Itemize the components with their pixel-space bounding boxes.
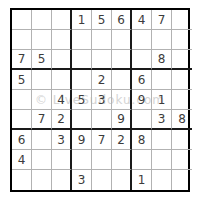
sudoku-cell[interactable]: 1 — [72, 10, 92, 30]
sudoku-cell[interactable] — [172, 30, 192, 50]
sudoku-cell[interactable] — [172, 90, 192, 110]
sudoku-cell[interactable]: 3 — [152, 110, 172, 130]
sudoku-cell[interactable] — [32, 130, 52, 150]
sudoku-cell[interactable] — [72, 110, 92, 130]
sudoku-cell[interactable]: 9 — [132, 90, 152, 110]
sudoku-cell[interactable] — [32, 90, 52, 110]
sudoku-cell[interactable] — [52, 10, 72, 30]
sudoku-cell[interactable] — [112, 70, 132, 90]
sudoku-cell[interactable]: 7 — [12, 50, 32, 70]
sudoku-cell[interactable]: 9 — [72, 130, 92, 150]
sudoku-cell[interactable]: 8 — [132, 130, 152, 150]
sudoku-cell[interactable]: 5 — [12, 70, 32, 90]
sudoku-cell[interactable] — [92, 50, 112, 70]
sudoku-cell[interactable]: 6 — [132, 70, 152, 90]
sudoku-cell[interactable]: 9 — [112, 110, 132, 130]
sudoku-board: © LiveSudoku.com 15647758526453917293863… — [10, 8, 190, 192]
sudoku-cell[interactable] — [52, 50, 72, 70]
sudoku-cell[interactable] — [152, 30, 172, 50]
sudoku-cell[interactable] — [172, 10, 192, 30]
sudoku-cell[interactable] — [112, 90, 132, 110]
sudoku-cell[interactable]: 3 — [52, 130, 72, 150]
sudoku-cell[interactable] — [32, 10, 52, 30]
sudoku-cell[interactable] — [92, 110, 112, 130]
sudoku-cell[interactable]: 3 — [92, 90, 112, 110]
sudoku-cell[interactable] — [32, 150, 52, 170]
sudoku-cell[interactable] — [132, 150, 152, 170]
sudoku-cell[interactable] — [72, 150, 92, 170]
sudoku-cell[interactable]: 4 — [52, 90, 72, 110]
sudoku-cell[interactable] — [172, 70, 192, 90]
sudoku-cell[interactable]: 2 — [112, 130, 132, 150]
sudoku-cell[interactable]: 6 — [112, 10, 132, 30]
sudoku-cell[interactable]: 5 — [72, 90, 92, 110]
sudoku-cell[interactable] — [172, 170, 192, 190]
sudoku-cell[interactable]: 1 — [152, 90, 172, 110]
sudoku-cell[interactable]: 2 — [52, 110, 72, 130]
sudoku-cell[interactable] — [172, 130, 192, 150]
sudoku-cell[interactable] — [152, 70, 172, 90]
sudoku-cell[interactable] — [72, 30, 92, 50]
sudoku-cell[interactable] — [52, 70, 72, 90]
sudoku-cell[interactable] — [12, 170, 32, 190]
sudoku-cell[interactable] — [132, 50, 152, 70]
sudoku-cell[interactable] — [12, 110, 32, 130]
sudoku-cell[interactable] — [112, 170, 132, 190]
sudoku-cell[interactable]: 8 — [152, 50, 172, 70]
sudoku-cell[interactable] — [32, 170, 52, 190]
sudoku-cell[interactable] — [152, 130, 172, 150]
sudoku-cell[interactable]: 7 — [32, 110, 52, 130]
sudoku-cell[interactable] — [112, 30, 132, 50]
sudoku-cell[interactable] — [92, 150, 112, 170]
sudoku-cell[interactable] — [92, 170, 112, 190]
sudoku-cell[interactable] — [72, 70, 92, 90]
sudoku-cell[interactable] — [32, 70, 52, 90]
sudoku-cell[interactable] — [12, 30, 32, 50]
sudoku-cell[interactable] — [172, 50, 192, 70]
sudoku-cell[interactable] — [72, 50, 92, 70]
sudoku-cell[interactable] — [32, 30, 52, 50]
sudoku-cell[interactable] — [92, 30, 112, 50]
sudoku-cell[interactable]: 4 — [12, 150, 32, 170]
sudoku-cell[interactable] — [132, 30, 152, 50]
sudoku-cell[interactable] — [152, 150, 172, 170]
sudoku-cell[interactable] — [12, 90, 32, 110]
sudoku-cell[interactable]: 3 — [72, 170, 92, 190]
sudoku-cell[interactable] — [52, 170, 72, 190]
sudoku-cell[interactable]: 6 — [12, 130, 32, 150]
sudoku-cell[interactable]: 2 — [92, 70, 112, 90]
sudoku-cell[interactable]: 5 — [92, 10, 112, 30]
sudoku-board-wrapper: © LiveSudoku.com 15647758526453917293863… — [10, 8, 190, 188]
sudoku-cell[interactable]: 7 — [92, 130, 112, 150]
sudoku-cell[interactable] — [12, 10, 32, 30]
sudoku-cell[interactable] — [152, 170, 172, 190]
sudoku-cell[interactable] — [112, 50, 132, 70]
sudoku-cell[interactable] — [172, 150, 192, 170]
sudoku-cell[interactable]: 5 — [32, 50, 52, 70]
sudoku-cell[interactable] — [52, 150, 72, 170]
sudoku-cell[interactable]: 7 — [152, 10, 172, 30]
sudoku-cell[interactable]: 4 — [132, 10, 152, 30]
sudoku-cell[interactable] — [112, 150, 132, 170]
sudoku-cell[interactable] — [132, 110, 152, 130]
sudoku-cell[interactable] — [52, 30, 72, 50]
sudoku-cell[interactable]: 1 — [132, 170, 152, 190]
sudoku-cell[interactable]: 8 — [172, 110, 192, 130]
